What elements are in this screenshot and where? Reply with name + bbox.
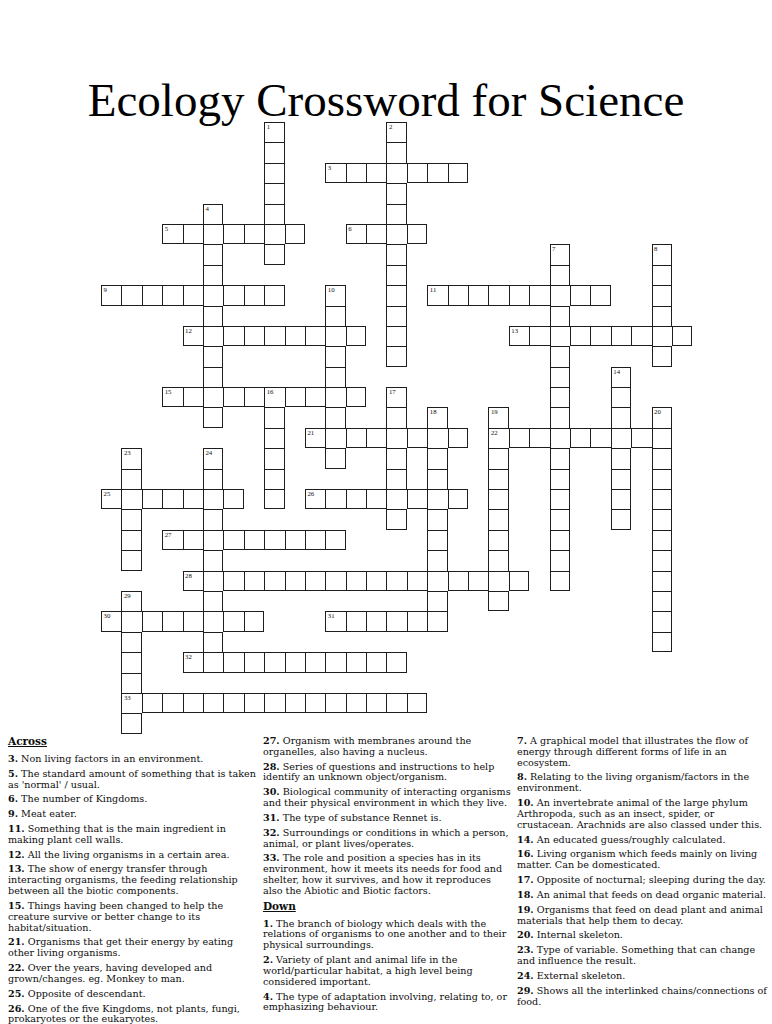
grid-cell-r18c5[interactable] xyxy=(203,489,223,509)
grid-cell-r11c14[interactable] xyxy=(386,346,406,366)
clue-number-label: 26. xyxy=(8,1003,25,1014)
grid-cell-r22c17[interactable] xyxy=(448,571,468,591)
grid-cell-r28c13[interactable] xyxy=(366,693,386,713)
grid-cell-r18c27[interactable] xyxy=(652,489,672,509)
clue-across-6: 6. The number of Kingdoms. xyxy=(8,794,257,805)
grid-cell-r24c5[interactable] xyxy=(203,611,223,631)
grid-cell-r24c16[interactable] xyxy=(427,611,447,631)
grid-cell-r20c8[interactable] xyxy=(264,530,284,550)
grid-cell-r19c25[interactable] xyxy=(611,509,631,529)
grid-cell-r10c9[interactable] xyxy=(285,326,305,346)
grid-cell-r28c4[interactable] xyxy=(183,693,203,713)
clue-number-25: 25 xyxy=(104,490,111,498)
grid-cell-r17c22[interactable] xyxy=(550,469,570,489)
grid-cell-r26c4[interactable]: 32 xyxy=(183,652,203,672)
grid-cell-r8c3[interactable] xyxy=(162,285,182,305)
grid-cell-r15c15[interactable] xyxy=(407,428,427,448)
grid-cell-r13c7[interactable] xyxy=(244,387,264,407)
grid-cell-r7c5[interactable] xyxy=(203,265,223,285)
clues-column-right: 7. A graphical model that illustrates th… xyxy=(517,736,769,1011)
grid-cell-r26c7[interactable] xyxy=(244,652,264,672)
grid-cell-r15c19[interactable]: 22 xyxy=(488,428,508,448)
grid-cell-r13c4[interactable] xyxy=(183,387,203,407)
grid-cell-r2c8[interactable] xyxy=(264,163,284,183)
grid-cell-r26c5[interactable] xyxy=(203,652,223,672)
grid-cell-r18c16[interactable] xyxy=(427,489,447,509)
grid-cell-r14c5[interactable] xyxy=(203,407,223,427)
grid-cell-r28c10[interactable] xyxy=(305,693,325,713)
grid-cell-r16c1[interactable]: 23 xyxy=(121,448,141,468)
clues-column-left: Across3. Non living factors in an enviro… xyxy=(8,736,257,1024)
grid-cell-r21c27[interactable] xyxy=(652,550,672,570)
grid-cell-r20c7[interactable] xyxy=(244,530,264,550)
grid-cell-r14c8[interactable] xyxy=(264,407,284,427)
grid-cell-r25c5[interactable] xyxy=(203,632,223,652)
grid-cell-r10c22[interactable] xyxy=(550,326,570,346)
grid-cell-r26c13[interactable] xyxy=(366,652,386,672)
grid-cell-r18c2[interactable] xyxy=(142,489,162,509)
grid-cell-r2c15[interactable] xyxy=(407,163,427,183)
grid-cell-r6c14[interactable] xyxy=(386,244,406,264)
grid-cell-r16c11[interactable] xyxy=(325,448,345,468)
grid-cell-r17c1[interactable] xyxy=(121,469,141,489)
grid-cell-r14c16[interactable]: 18 xyxy=(427,407,447,427)
grid-cell-r24c13[interactable] xyxy=(366,611,386,631)
grid-cell-r22c4[interactable]: 28 xyxy=(183,571,203,591)
grid-cell-r20c22[interactable] xyxy=(550,530,570,550)
grid-cell-r1c8[interactable] xyxy=(264,142,284,162)
clue-down-2: 2. Variety of plant and animal life in t… xyxy=(263,955,512,987)
grid-cell-r19c22[interactable] xyxy=(550,509,570,529)
grid-cell-r22c12[interactable] xyxy=(346,571,366,591)
grid-cell-r14c22[interactable] xyxy=(550,407,570,427)
grid-cell-r6c22[interactable]: 7 xyxy=(550,244,570,264)
grid-cell-r10c8[interactable] xyxy=(264,326,284,346)
grid-cell-r28c7[interactable] xyxy=(244,693,264,713)
grid-cell-r17c16[interactable] xyxy=(427,469,447,489)
grid-cell-r28c5[interactable] xyxy=(203,693,223,713)
grid-cell-r17c14[interactable] xyxy=(386,469,406,489)
grid-cell-r5c9[interactable] xyxy=(285,224,305,244)
grid-cell-r20c1[interactable] xyxy=(121,530,141,550)
grid-cell-r10c12[interactable] xyxy=(346,326,366,346)
grid-cell-r20c9[interactable] xyxy=(285,530,305,550)
grid-cell-r18c0[interactable]: 25 xyxy=(101,489,121,509)
grid-cell-r8c20[interactable] xyxy=(509,285,529,305)
grid-cell-r4c5[interactable]: 4 xyxy=(203,204,223,224)
grid-cell-r23c19[interactable] xyxy=(488,591,508,611)
grid-cell-r24c6[interactable] xyxy=(223,611,243,631)
grid-cell-r22c10[interactable] xyxy=(305,571,325,591)
grid-cell-r8c4[interactable] xyxy=(183,285,203,305)
grid-cell-r15c8[interactable] xyxy=(264,428,284,448)
grid-cell-r8c18[interactable] xyxy=(468,285,488,305)
grid-cell-r13c12[interactable] xyxy=(346,387,366,407)
grid-cell-r11c22[interactable] xyxy=(550,346,570,366)
grid-cell-r14c14[interactable] xyxy=(386,407,406,427)
grid-cell-r5c6[interactable] xyxy=(223,224,243,244)
grid-cell-r23c16[interactable] xyxy=(427,591,447,611)
clue-number-label: 16. xyxy=(517,848,534,859)
grid-cell-r15c23[interactable] xyxy=(570,428,590,448)
grid-cell-r8c23[interactable] xyxy=(570,285,590,305)
clue-number-18: 18 xyxy=(430,408,437,416)
grid-cell-r8c21[interactable] xyxy=(529,285,549,305)
clue-number-27: 27 xyxy=(165,531,172,539)
grid-cell-r18c22[interactable] xyxy=(550,489,570,509)
grid-cell-r15c13[interactable] xyxy=(366,428,386,448)
grid-cell-r22c8[interactable] xyxy=(264,571,284,591)
grid-cell-r2c13[interactable] xyxy=(366,163,386,183)
grid-cell-r18c17[interactable] xyxy=(448,489,468,509)
grid-cell-r13c25[interactable] xyxy=(611,387,631,407)
grid-cell-r10c7[interactable] xyxy=(244,326,264,346)
grid-cell-r22c20[interactable] xyxy=(509,571,529,591)
grid-cell-r0c14[interactable]: 2 xyxy=(386,122,406,142)
grid-cell-r27c1[interactable] xyxy=(121,673,141,693)
grid-cell-r17c25[interactable] xyxy=(611,469,631,489)
grid-cell-r9c11[interactable] xyxy=(325,306,345,326)
grid-cell-r22c27[interactable] xyxy=(652,571,672,591)
grid-cell-r9c27[interactable] xyxy=(652,306,672,326)
grid-cell-r8c5[interactable] xyxy=(203,285,223,305)
grid-cell-r8c19[interactable] xyxy=(488,285,508,305)
grid-cell-r10c11[interactable] xyxy=(325,326,345,346)
grid-cell-r24c7[interactable] xyxy=(244,611,264,631)
grid-cell-r18c10[interactable]: 26 xyxy=(305,489,325,509)
grid-cell-r16c25[interactable] xyxy=(611,448,631,468)
clue-number-11: 11 xyxy=(430,286,437,294)
grid-cell-r15c27[interactable] xyxy=(652,428,672,448)
clue-text: Over the years, having developed and gro… xyxy=(8,962,212,984)
grid-cell-r26c12[interactable] xyxy=(346,652,366,672)
grid-cell-r22c6[interactable] xyxy=(223,571,243,591)
grid-cell-r20c27[interactable] xyxy=(652,530,672,550)
grid-cell-r5c3[interactable]: 5 xyxy=(162,224,182,244)
grid-cell-r13c22[interactable] xyxy=(550,387,570,407)
grid-cell-r21c16[interactable] xyxy=(427,550,447,570)
grid-cell-r8c2[interactable] xyxy=(142,285,162,305)
grid-cell-r5c5[interactable] xyxy=(203,224,223,244)
grid-cell-r15c21[interactable] xyxy=(529,428,549,448)
grid-cell-r10c21[interactable] xyxy=(529,326,549,346)
grid-cell-r8c16[interactable]: 11 xyxy=(427,285,447,305)
grid-cell-r0c8[interactable]: 1 xyxy=(264,122,284,142)
grid-cell-r10c26[interactable] xyxy=(631,326,651,346)
grid-cell-r6c8[interactable] xyxy=(264,244,284,264)
clue-number-label: 31. xyxy=(263,812,280,823)
clue-across-25: 25. Opposite of descendant. xyxy=(8,989,257,1000)
clue-text: The type of adaptation involving, relati… xyxy=(263,991,507,1013)
grid-cell-r24c0[interactable]: 30 xyxy=(101,611,121,631)
grid-cell-r18c25[interactable] xyxy=(611,489,631,509)
grid-cell-r25c1[interactable] xyxy=(121,632,141,652)
grid-cell-r18c11[interactable] xyxy=(325,489,345,509)
grid-cell-r15c12[interactable] xyxy=(346,428,366,448)
grid-cell-r26c10[interactable] xyxy=(305,652,325,672)
grid-cell-r5c8[interactable] xyxy=(264,224,284,244)
grid-cell-r13c14[interactable]: 17 xyxy=(386,387,406,407)
grid-cell-r9c5[interactable] xyxy=(203,306,223,326)
grid-cell-r8c0[interactable]: 9 xyxy=(101,285,121,305)
clue-down-7: 7. A graphical model that illustrates th… xyxy=(517,736,769,768)
grid-cell-r26c11[interactable] xyxy=(325,652,345,672)
grid-cell-r2c16[interactable] xyxy=(427,163,447,183)
grid-cell-r10c6[interactable] xyxy=(223,326,243,346)
grid-cell-r13c5[interactable] xyxy=(203,387,223,407)
grid-cell-r5c7[interactable] xyxy=(244,224,264,244)
grid-cell-r2c12[interactable] xyxy=(346,163,366,183)
grid-cell-r24c27[interactable] xyxy=(652,611,672,631)
grid-cell-r12c25[interactable]: 14 xyxy=(611,367,631,387)
grid-cell-r21c19[interactable] xyxy=(488,550,508,570)
grid-cell-r8c8[interactable] xyxy=(264,285,284,305)
grid-cell-r16c19[interactable] xyxy=(488,448,508,468)
grid-cell-r26c8[interactable] xyxy=(264,652,284,672)
grid-cell-r17c8[interactable] xyxy=(264,469,284,489)
grid-cell-r8c27[interactable] xyxy=(652,285,672,305)
grid-cell-r11c5[interactable] xyxy=(203,346,223,366)
clue-text: Opposite of nocturnal; sleeping during t… xyxy=(537,874,766,885)
grid-cell-r13c3[interactable]: 15 xyxy=(162,387,182,407)
grid-cell-r14c11[interactable] xyxy=(325,407,345,427)
grid-cell-r24c2[interactable] xyxy=(142,611,162,631)
grid-cell-r18c14[interactable] xyxy=(386,489,406,509)
grid-cell-r16c5[interactable]: 24 xyxy=(203,448,223,468)
grid-cell-r13c11[interactable] xyxy=(325,387,345,407)
grid-cell-r10c14[interactable] xyxy=(386,326,406,346)
grid-cell-r15c22[interactable] xyxy=(550,428,570,448)
grid-cell-r10c23[interactable] xyxy=(570,326,590,346)
grid-cell-r24c14[interactable] xyxy=(386,611,406,631)
grid-cell-r10c27[interactable] xyxy=(652,326,672,346)
grid-cell-r20c5[interactable] xyxy=(203,530,223,550)
clue-text: The standard amount of something that is… xyxy=(8,768,256,790)
grid-cell-r15c20[interactable] xyxy=(509,428,529,448)
grid-cell-r15c25[interactable] xyxy=(611,428,631,448)
grid-cell-r14c25[interactable] xyxy=(611,407,631,427)
grid-cell-r20c10[interactable] xyxy=(305,530,325,550)
grid-cell-r8c14[interactable] xyxy=(386,285,406,305)
clue-number-label: 25. xyxy=(8,988,25,999)
grid-cell-r24c1[interactable] xyxy=(121,611,141,631)
grid-cell-r20c4[interactable] xyxy=(183,530,203,550)
grid-cell-r28c6[interactable] xyxy=(223,693,243,713)
grid-cell-r4c14[interactable] xyxy=(386,204,406,224)
grid-cell-r13c9[interactable] xyxy=(285,387,305,407)
grid-cell-r10c24[interactable] xyxy=(590,326,610,346)
grid-cell-r2c17[interactable] xyxy=(448,163,468,183)
grid-cell-r15c24[interactable] xyxy=(590,428,610,448)
grid-cell-r20c11[interactable] xyxy=(325,530,345,550)
grid-cell-r28c8[interactable] xyxy=(264,693,284,713)
grid-cell-r7c22[interactable] xyxy=(550,265,570,285)
grid-cell-r18c4[interactable] xyxy=(183,489,203,509)
grid-cell-r19c16[interactable] xyxy=(427,509,447,529)
grid-cell-r28c9[interactable] xyxy=(285,693,305,713)
grid-cell-r18c19[interactable] xyxy=(488,489,508,509)
grid-cell-r24c3[interactable] xyxy=(162,611,182,631)
clue-number-22: 22 xyxy=(491,429,498,437)
grid-cell-r8c22[interactable] xyxy=(550,285,570,305)
grid-cell-r15c26[interactable] xyxy=(631,428,651,448)
grid-cell-r13c8[interactable]: 16 xyxy=(264,387,284,407)
clue-down-8: 8. Relating to the living organism/facto… xyxy=(517,772,769,794)
clue-down-29: 29. Shows all the interlinked chains/con… xyxy=(517,986,769,1008)
grid-cell-r14c27[interactable]: 20 xyxy=(652,407,672,427)
grid-cell-r16c22[interactable] xyxy=(550,448,570,468)
grid-cell-r18c13[interactable] xyxy=(366,489,386,509)
grid-cell-r5c13[interactable] xyxy=(366,224,386,244)
grid-cell-r19c19[interactable] xyxy=(488,509,508,529)
grid-cell-r10c25[interactable] xyxy=(611,326,631,346)
grid-cell-r17c19[interactable] xyxy=(488,469,508,489)
grid-cell-r26c6[interactable] xyxy=(223,652,243,672)
grid-cell-r25c27[interactable] xyxy=(652,632,672,652)
grid-cell-r1c14[interactable] xyxy=(386,142,406,162)
grid-cell-r7c27[interactable] xyxy=(652,265,672,285)
grid-cell-r13c10[interactable] xyxy=(305,387,325,407)
grid-cell-r10c4[interactable]: 12 xyxy=(183,326,203,346)
grid-cell-r22c5[interactable] xyxy=(203,571,223,591)
grid-cell-r4c8[interactable] xyxy=(264,204,284,224)
grid-cell-r26c1[interactable] xyxy=(121,652,141,672)
grid-cell-r22c11[interactable] xyxy=(325,571,345,591)
grid-cell-r8c7[interactable] xyxy=(244,285,264,305)
grid-cell-r12c5[interactable] xyxy=(203,367,223,387)
grid-cell-r21c1[interactable] xyxy=(121,550,141,570)
grid-cell-r13c6[interactable] xyxy=(223,387,243,407)
grid-cell-r19c1[interactable] xyxy=(121,509,141,529)
grid-cell-r18c3[interactable] xyxy=(162,489,182,509)
clue-number-3: 3 xyxy=(328,164,331,172)
grid-cell-r11c27[interactable] xyxy=(652,346,672,366)
grid-cell-r15c16[interactable] xyxy=(427,428,447,448)
grid-cell-r23c5[interactable] xyxy=(203,591,223,611)
grid-cell-r16c27[interactable] xyxy=(652,448,672,468)
grid-cell-r23c1[interactable]: 29 xyxy=(121,591,141,611)
grid-cell-r22c16[interactable] xyxy=(427,571,447,591)
grid-cell-r17c27[interactable] xyxy=(652,469,672,489)
grid-cell-r10c10[interactable] xyxy=(305,326,325,346)
grid-cell-r11c11[interactable] xyxy=(325,346,345,366)
clue-text: Relating to the living organism/factors … xyxy=(517,771,749,793)
grid-cell-r28c1[interactable]: 33 xyxy=(121,693,141,713)
grid-cell-r18c6[interactable] xyxy=(223,489,243,509)
clue-number-30: 30 xyxy=(104,612,111,620)
grid-cell-r2c14[interactable] xyxy=(386,163,406,183)
grid-cell-r7c14[interactable] xyxy=(386,265,406,285)
grid-cell-r22c7[interactable] xyxy=(244,571,264,591)
grid-cell-r18c15[interactable] xyxy=(407,489,427,509)
grid-cell-r18c1[interactable] xyxy=(121,489,141,509)
grid-cell-r26c14[interactable] xyxy=(386,652,406,672)
clue-number-label: 27. xyxy=(263,735,280,746)
grid-cell-r24c11[interactable]: 31 xyxy=(325,611,345,631)
clue-text: An animal that feeds on dead organic mat… xyxy=(537,889,766,900)
grid-cell-r24c15[interactable] xyxy=(407,611,427,631)
clue-number-2: 2 xyxy=(389,123,392,131)
grid-cell-r22c15[interactable] xyxy=(407,571,427,591)
grid-cell-r8c1[interactable] xyxy=(121,285,141,305)
grid-cell-r10c5[interactable] xyxy=(203,326,223,346)
grid-cell-r22c22[interactable] xyxy=(550,571,570,591)
grid-cell-r5c15[interactable] xyxy=(407,224,427,244)
grid-cell-r22c18[interactable] xyxy=(468,571,488,591)
grid-cell-r20c19[interactable] xyxy=(488,530,508,550)
grid-cell-r5c12[interactable]: 6 xyxy=(346,224,366,244)
grid-cell-r29c1[interactable] xyxy=(121,713,141,733)
grid-cell-r19c14[interactable] xyxy=(386,509,406,529)
grid-cell-r19c27[interactable] xyxy=(652,509,672,529)
grid-cell-r8c17[interactable] xyxy=(448,285,468,305)
grid-cell-r15c17[interactable] xyxy=(448,428,468,448)
grid-cell-r10c20[interactable]: 13 xyxy=(509,326,529,346)
grid-cell-r16c16[interactable] xyxy=(427,448,447,468)
grid-cell-r28c12[interactable] xyxy=(346,693,366,713)
grid-cell-r19c5[interactable] xyxy=(203,509,223,529)
grid-cell-r22c14[interactable] xyxy=(386,571,406,591)
grid-cell-r20c16[interactable] xyxy=(427,530,447,550)
grid-cell-r21c22[interactable] xyxy=(550,550,570,570)
grid-cell-r22c13[interactable] xyxy=(366,571,386,591)
grid-cell-r23c27[interactable] xyxy=(652,591,672,611)
grid-cell-r8c11[interactable]: 10 xyxy=(325,285,345,305)
grid-cell-r6c27[interactable]: 8 xyxy=(652,244,672,264)
clue-number-label: 12. xyxy=(8,849,25,860)
grid-cell-r16c8[interactable] xyxy=(264,448,284,468)
grid-cell-r5c4[interactable] xyxy=(183,224,203,244)
grid-cell-r8c6[interactable] xyxy=(223,285,243,305)
grid-cell-r3c14[interactable] xyxy=(386,183,406,203)
grid-cell-r3c8[interactable] xyxy=(264,183,284,203)
grid-cell-r18c12[interactable] xyxy=(346,489,366,509)
grid-cell-r20c6[interactable] xyxy=(223,530,243,550)
grid-cell-r24c4[interactable] xyxy=(183,611,203,631)
grid-cell-r28c14[interactable] xyxy=(386,693,406,713)
grid-cell-r5c14[interactable] xyxy=(386,224,406,244)
grid-cell-r24c12[interactable] xyxy=(346,611,366,631)
clue-number-label: 14. xyxy=(517,834,534,845)
grid-cell-r17c5[interactable] xyxy=(203,469,223,489)
grid-cell-r21c5[interactable] xyxy=(203,550,223,570)
grid-cell-r9c14[interactable] xyxy=(386,306,406,326)
grid-cell-r28c2[interactable] xyxy=(142,693,162,713)
clue-number-label: 28. xyxy=(263,761,280,772)
grid-cell-r20c3[interactable]: 27 xyxy=(162,530,182,550)
grid-cell-r16c14[interactable] xyxy=(386,448,406,468)
grid-cell-r14c19[interactable]: 19 xyxy=(488,407,508,427)
grid-cell-r2c11[interactable]: 3 xyxy=(325,163,345,183)
clues-column-middle: 27. Organism with membranes around the o… xyxy=(263,736,512,1017)
grid-cell-r22c19[interactable] xyxy=(488,571,508,591)
grid-cell-r8c24[interactable] xyxy=(590,285,610,305)
grid-cell-r9c22[interactable] xyxy=(550,306,570,326)
grid-cell-r10c28[interactable] xyxy=(672,326,692,346)
grid-cell-r12c11[interactable] xyxy=(325,367,345,387)
grid-cell-r28c3[interactable] xyxy=(162,693,182,713)
grid-cell-r28c15[interactable] xyxy=(407,693,427,713)
grid-cell-r15c11[interactable] xyxy=(325,428,345,448)
grid-cell-r26c9[interactable] xyxy=(285,652,305,672)
grid-cell-r18c8[interactable] xyxy=(264,489,284,509)
grid-cell-r15c10[interactable]: 21 xyxy=(305,428,325,448)
grid-cell-r28c11[interactable] xyxy=(325,693,345,713)
grid-cell-r22c9[interactable] xyxy=(285,571,305,591)
grid-cell-r12c22[interactable] xyxy=(550,367,570,387)
grid-cell-r6c5[interactable] xyxy=(203,244,223,264)
grid-cell-r15c14[interactable] xyxy=(386,428,406,448)
